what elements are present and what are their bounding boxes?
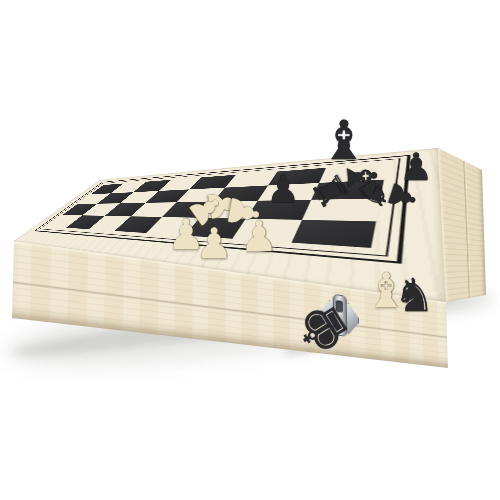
black-king-lying: ♚ [285, 291, 362, 366]
black-pawn-standing: ♟ [399, 148, 433, 186]
black-knight-standing: ♞ [393, 272, 434, 318]
black-pawn-standing: ♟ [266, 170, 300, 208]
product-photo-scene: ♟♟♟♟♟♟♟♝♜♝♞♟♟♝♞♚ [0, 0, 500, 500]
pieces-layer: ♟♟♟♟♟♟♟♝♜♝♞♟♟♝♞♚ [0, 0, 500, 500]
white-pawn-standing: ♟ [195, 223, 233, 265]
white-pawn-standing: ♟ [240, 216, 278, 258]
